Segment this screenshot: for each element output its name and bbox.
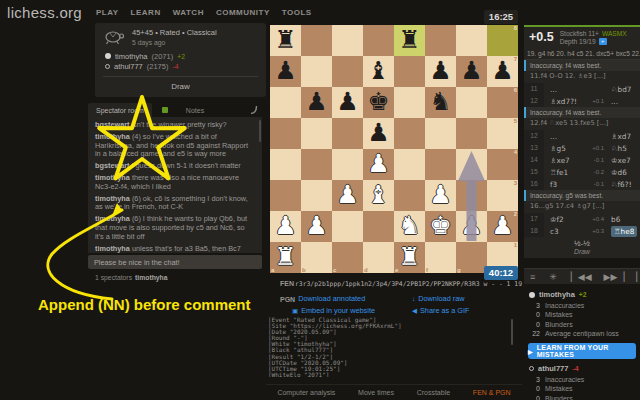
white-summary-name: timothyha+2 (529, 290, 640, 299)
rank-label: 1 (514, 242, 517, 248)
square-a8[interactable]: ♜ (270, 25, 301, 56)
chat-resize-icon[interactable] (250, 105, 258, 115)
chat-author: bgstewart (95, 161, 129, 170)
white-player-row[interactable]: timothyha (2071) +2 (105, 51, 258, 61)
white-move[interactable]: ♗g5 (544, 144, 584, 153)
pgn-text[interactable]: [Event "Rated Classical game"] [Site "ht… (268, 317, 514, 377)
chat-message: timothyha unless that's for a3 Ba5, then… (95, 245, 255, 253)
white-stat-row: 0Mistakes (524, 310, 640, 319)
white-move[interactable]: ♗xd7?! (544, 97, 584, 106)
game-result-label: Draw (103, 76, 258, 91)
square-b6[interactable]: ♟ (301, 87, 332, 118)
chat-message: timothyha (6) ok, c6 is something I don'… (95, 195, 255, 213)
acpl-summary: timothyha+23Inaccuracies0Mistakes0Blunde… (524, 286, 640, 400)
stat-label: Inaccuracies (545, 375, 584, 384)
game-meta-panel: 45+45 • Rated • Classical 5 days ago tim… (95, 23, 266, 97)
white-move[interactable]: ... (544, 85, 584, 94)
chat-tab-bar: Spectator room Notes (88, 103, 262, 117)
square-a5[interactable] (270, 118, 301, 149)
piece-white-pawn: ♟ (456, 211, 487, 242)
square-f1[interactable]: f (425, 242, 456, 273)
piece-white-king: ♚ (425, 211, 456, 242)
move-number: 17 (524, 213, 544, 225)
share-gif-link[interactable]: ◀Share as a GIF (412, 306, 522, 315)
move-number: 14 (524, 154, 544, 166)
square-f4[interactable] (425, 149, 456, 180)
pgn-scrollbar[interactable] (511, 319, 513, 345)
rank-label: 4 (514, 149, 517, 155)
game-meta-text: 45+45 • Rated • Classical 5 days ago (132, 28, 217, 46)
square-c7[interactable] (332, 56, 363, 87)
piece-black-rook: ♜ (270, 25, 301, 56)
stat-value: 0 (524, 320, 540, 329)
white-move[interactable]: ♗xe7 (544, 156, 584, 165)
nav-item-play[interactable]: PLAY (96, 8, 119, 17)
square-a1[interactable]: ♜a (270, 242, 301, 273)
embed-icon: ▣ (292, 307, 298, 314)
chat-message: timothyha (6) I think he wants to play Q… (95, 215, 255, 241)
move-number: 13 (524, 142, 544, 154)
black-color-icon (529, 366, 534, 371)
piece-black-pawn: ♟ (456, 56, 487, 87)
file-label: f (426, 267, 428, 273)
move-row: 14♗xe7-0.1♔xe7 (524, 154, 640, 166)
spectator-count: 1 spectators (95, 274, 132, 281)
rank-label: 8 (514, 25, 517, 31)
move-nav-cluster: ▏◀◀▶▶▕▏◀ (571, 272, 640, 282)
file-label: g (457, 267, 461, 273)
white-move[interactable]: ♖fe1 (544, 168, 584, 177)
piece-white-pawn: ♟ (363, 149, 394, 180)
white-move[interactable]: f3 (544, 180, 584, 189)
square-f6[interactable]: ♞ (425, 87, 456, 118)
fen-pgn-panel: FEN r3r3/p2b1ppp/1ppk1n2/3p4/3P4/2PB1P2/… (266, 277, 522, 400)
classical-turtle-icon (103, 29, 125, 45)
engine-pv-line[interactable]: 19. g4 h6 20. h4 c5 21. dxc5+ bxc5 22. b… (524, 47, 640, 60)
square-c6[interactable]: ♟ (332, 87, 363, 118)
square-e6[interactable] (394, 87, 425, 118)
black-summary-delta: -4 (572, 365, 578, 372)
square-c4[interactable] (332, 149, 363, 180)
square-f7[interactable]: ♟ (425, 56, 456, 87)
nav-item-watch[interactable]: WATCH (173, 8, 204, 17)
square-d7[interactable]: ♝ (363, 56, 394, 87)
pgn-links: ↓Download annotated↓Download raw▣Embed i… (292, 292, 522, 316)
square-d1[interactable]: d (363, 242, 394, 273)
square-a2[interactable]: ♟ (270, 211, 301, 242)
tab-spectator-room[interactable]: Spectator room (88, 103, 152, 117)
move-number: 12 (524, 95, 544, 107)
piece-black-pawn: ♟ (363, 118, 394, 149)
file-label: e (395, 267, 398, 273)
square-e1[interactable]: ♜e (394, 242, 425, 273)
black-player-rating: (2175) (147, 62, 169, 71)
square-e4[interactable] (394, 149, 425, 180)
black-move[interactable]: ♔d6 (604, 168, 627, 177)
white-player-rating: (2071) (152, 52, 174, 61)
stat-label: Average centipawn loss (545, 329, 619, 338)
share-gif-icon: ◀ (412, 307, 417, 314)
chat-toggle[interactable] (162, 107, 168, 113)
black-player-name: athul777 (114, 62, 143, 71)
current-move[interactable]: ♖he8 (611, 226, 637, 237)
square-a6[interactable] (270, 87, 301, 118)
square-e7[interactable] (394, 56, 425, 87)
stat-value: 3 (524, 301, 540, 310)
white-eval: -0.1 (584, 181, 604, 187)
chat-message: timothyha (4) so I've watched a bit of H… (95, 133, 255, 159)
square-g2[interactable]: ♟ (456, 211, 487, 242)
black-move[interactable]: ♘bd7 (604, 85, 631, 94)
black-summary-name: athul777-4 (529, 364, 640, 373)
move-number: 12 (524, 130, 544, 142)
fen-value[interactable]: r3r3/p2b1ppp/1ppk1n2/3p4/3P4/2PB1P2/PP2N… (295, 280, 522, 288)
nav-item-learn[interactable]: LEARN (131, 8, 161, 17)
piece-black-rook: ♜ (394, 25, 425, 56)
rank-label: 3 (514, 180, 517, 186)
piece-white-bishop: ♝ (363, 180, 394, 211)
chat-author: timothyha (95, 244, 130, 253)
move-list: Inaccuracy. f4 was best.11.f4 O-O 12. ♗e… (524, 60, 640, 258)
judgment-comment: Inaccuracy. f4 was best. (524, 60, 640, 71)
chat-message-list: bgstewart isn't the winawer pretty risky… (88, 117, 262, 253)
move-number: 15 (524, 166, 544, 178)
judgment-comment: Inaccuracy. f4 was best. (524, 107, 640, 118)
lichess-logo[interactable]: lichess.org (7, 4, 82, 21)
spectator-list: 1 spectatorstimothyha (95, 274, 168, 281)
square-b8[interactable] (301, 25, 332, 56)
time-control: 45+45 • Rated • Classical (132, 28, 217, 37)
piece-white-pawn: ♟ (332, 180, 363, 211)
annotation-text: Append (NN) before comment (38, 296, 251, 313)
white-eval: +0.4 (584, 216, 604, 222)
square-e3[interactable] (394, 180, 425, 211)
square-c2[interactable] (332, 211, 363, 242)
cloud-analysis-icon[interactable]: + (599, 38, 607, 45)
square-h3[interactable]: 3 (487, 180, 518, 211)
judgment-comment: Inaccuracy. g5 was best. (524, 190, 640, 201)
square-h5[interactable]: 5 (487, 118, 518, 149)
square-g3[interactable] (456, 180, 487, 211)
square-b3[interactable] (301, 180, 332, 211)
black-move[interactable]: ♘h5 (604, 144, 627, 153)
embed-link[interactable]: ▣Embed in your website (292, 306, 412, 315)
player-list: timothyha (2071) +2 athul777 (2175) -4 (105, 51, 258, 71)
file-label: b (302, 267, 306, 273)
square-g4[interactable] (456, 149, 487, 180)
engine-tech: WASMX (602, 30, 627, 37)
piece-white-pawn: ♟ (270, 211, 301, 242)
white-stat-row: 22Average centipawn loss (524, 329, 640, 338)
white-eval: +0.1 (584, 145, 604, 151)
chat-message: bgstewart I guess down 5-1 it doesn't ma… (95, 162, 255, 171)
square-c1[interactable]: c (332, 242, 363, 273)
square-d8[interactable] (363, 25, 394, 56)
nav-item-community[interactable]: COMMUNITY (216, 8, 270, 17)
square-d4[interactable]: ♟ (363, 149, 394, 180)
move-number: 18 (524, 225, 544, 237)
chess-board: ♜♜8♟♝♟♟♟7♟♟♚♞6♟5♟4♟♝♟3♟♟♞♚♟♟2♜abcd♜efg1h (270, 25, 518, 273)
chat-author: timothyha (95, 132, 130, 141)
rank-label: 7 (514, 56, 517, 62)
move-row: 15♖fe1-0.2♔d6 (524, 166, 640, 178)
square-h2[interactable]: ♟2 (487, 211, 518, 242)
learn-from-mistakes-button[interactable]: ▶LEARN FROM YOUR MISTAKES (528, 343, 636, 359)
square-g5[interactable] (456, 118, 487, 149)
black-move[interactable]: ♔xe7 (604, 156, 631, 165)
pgn-area: PGN ↓Download annotated↓Download raw▣Emb… (266, 292, 522, 316)
square-c3[interactable]: ♟ (332, 180, 363, 211)
piece-black-pawn: ♟ (425, 56, 456, 87)
download-raw-link[interactable]: ↓Download raw (412, 294, 522, 303)
stat-value: 0 (524, 384, 540, 393)
spectator-name[interactable]: timothyha (135, 274, 167, 281)
white-move[interactable]: ♔f2 (544, 215, 584, 224)
square-e2[interactable]: ♞ (394, 211, 425, 242)
square-b2[interactable]: ♟ (301, 211, 332, 242)
white-clock: 40:12 (484, 266, 518, 280)
result-score: ½-½ (524, 239, 640, 248)
game-meta-head: 45+45 • Rated • Classical 5 days ago (103, 28, 258, 46)
square-g7[interactable]: ♟ (456, 56, 487, 87)
menu-icon[interactable]: ≡ (530, 272, 535, 282)
stat-label: Mistakes (545, 384, 573, 393)
file-label: c (333, 267, 336, 273)
square-f3[interactable]: ♟ (425, 180, 456, 211)
black-clock: 16:25 (484, 10, 518, 24)
move-row: 13♗g5+0.1♘h5 (524, 142, 640, 154)
rank-label: 5 (514, 118, 517, 124)
piece-white-pawn: ♟ (425, 180, 456, 211)
square-e5[interactable] (394, 118, 425, 149)
piece-white-rook: ♜ (394, 242, 425, 273)
square-f5[interactable] (425, 118, 456, 149)
chat-author: bgstewart (95, 120, 129, 129)
square-g8[interactable] (456, 25, 487, 56)
white-summary-delta: +2 (579, 291, 587, 298)
piece-white-pawn: ♟ (301, 211, 332, 242)
chat-author: timothyha (95, 173, 130, 182)
analysis-panel: +0.5 Stockfish 11+WASMX Depth 19/19+ 19.… (524, 0, 640, 400)
move-number: 16 (524, 178, 544, 190)
game-date: 5 days ago (132, 39, 217, 46)
stat-label: Mistakes (545, 310, 573, 319)
piece-black-knight: ♞ (425, 87, 456, 118)
fen-label: FEN (280, 280, 295, 287)
stat-label: Inaccuracies (545, 301, 584, 310)
square-d5[interactable]: ♟ (363, 118, 394, 149)
black-move[interactable]: ... (604, 97, 618, 106)
white-color-icon (105, 53, 111, 59)
move-row: 17♔f2+0.4b6 (524, 213, 640, 225)
tab-notes[interactable]: Notes (186, 107, 204, 114)
move-number: 11 (524, 83, 544, 95)
tab-move-times[interactable]: Move times (358, 389, 394, 396)
black-stat-row: 0Blunders (524, 394, 640, 400)
chat-scrollbar[interactable] (259, 120, 261, 142)
move-row: 16f3-0.1♘f6?! (524, 178, 640, 190)
rank-label: 6 (514, 87, 517, 93)
square-c8[interactable] (332, 25, 363, 56)
first-move-icon[interactable]: ▏◀◀ (571, 272, 592, 282)
tab-crosstable[interactable]: Crosstable (417, 389, 450, 396)
square-d6[interactable]: ♚ (363, 87, 394, 118)
download-raw-icon: ↓ (412, 295, 415, 302)
white-stat-row: 0Blunders (524, 320, 640, 329)
play-icon: ▶ (528, 348, 533, 355)
download-annotated-icon: ↓ (292, 295, 295, 302)
square-d3[interactable]: ♝ (363, 180, 394, 211)
white-eval: -0.2 (584, 169, 604, 175)
black-move[interactable]: b6 (604, 215, 620, 224)
white-move[interactable]: c3 (544, 227, 584, 236)
square-b1[interactable]: b (301, 242, 332, 273)
square-g6[interactable] (456, 87, 487, 118)
file-label: d (364, 267, 368, 273)
piece-black-pawn: ♟ (332, 87, 363, 118)
main-nav: PLAYLEARNWATCHCOMMUNITYTOOLS (96, 8, 312, 17)
square-b7[interactable] (301, 56, 332, 87)
eval-score: +0.5 (529, 30, 554, 44)
square-d2[interactable] (363, 211, 394, 242)
stat-label: Blunders (545, 394, 573, 400)
nav-item-tools[interactable]: TOOLS (282, 8, 312, 17)
tab-fen-pgn[interactable]: FEN & PGN (473, 389, 511, 396)
square-h8[interactable]: 8 (487, 25, 518, 56)
white-move[interactable]: ... (544, 132, 584, 141)
pgn-label: PGN (266, 292, 292, 316)
square-a7[interactable]: ♟ (270, 56, 301, 87)
piece-white-knight: ♞ (394, 211, 425, 242)
piece-black-pawn: ♟ (270, 56, 301, 87)
black-move[interactable]: ♘f6?! (604, 180, 632, 189)
chat-input[interactable] (88, 255, 262, 269)
white-player-name: timothyha (115, 52, 148, 61)
analysis-toolbar: ≡✳▏◀◀▶▶▕▏◀ (524, 268, 640, 284)
piece-black-bishop: ♝ (363, 56, 394, 87)
engine-header: +0.5 Stockfish 11+WASMX Depth 19/19+ (524, 25, 640, 47)
black-stat-row: 3Inaccuracies (524, 375, 640, 384)
result-row: ½-½Draw (524, 237, 640, 258)
engine-info: Stockfish 11+WASMX Depth 19/19+ (560, 30, 627, 45)
last-move-icon[interactable]: ▶▶▕ (604, 272, 625, 282)
white-eval: +0.1 (584, 98, 604, 104)
square-b4[interactable] (301, 149, 332, 180)
square-f8[interactable] (425, 25, 456, 56)
square-e8[interactable]: ♜ (394, 25, 425, 56)
square-g1[interactable]: g (456, 242, 487, 273)
piece-white-rook: ♜ (270, 242, 301, 273)
white-eval: +0.3 (584, 228, 604, 234)
variation-line[interactable]: 12.f4 ♘xe5 13.fxe5 [...] (524, 118, 640, 130)
square-f2[interactable]: ♚ (425, 211, 456, 242)
lichess-analysis-page: lichess.org PLAYLEARNWATCHCOMMUNITYTOOLS… (0, 0, 640, 400)
stat-value: 0 (524, 310, 540, 319)
tab-computer-analysis[interactable]: Computer analysis (277, 389, 335, 396)
square-c5[interactable] (332, 118, 363, 149)
download-annotated-link[interactable]: ↓Download annotated (292, 294, 412, 303)
square-h4[interactable]: 4 (487, 149, 518, 180)
white-stat-row: 3Inaccuracies (524, 301, 640, 310)
black-move[interactable]: ♖he8 (604, 227, 637, 236)
black-rating-delta: -4 (172, 63, 178, 70)
analysis-tab-bar: Computer analysisMove timesCrosstableFEN… (266, 384, 522, 400)
square-b5[interactable] (301, 118, 332, 149)
square-h7[interactable]: ♟7 (487, 56, 518, 87)
prev-move-icon[interactable]: ▏◀ (636, 272, 640, 282)
chat-author: timothyha (95, 194, 130, 203)
chat-author: timothyha (95, 214, 130, 223)
white-rating-delta: +2 (177, 53, 185, 60)
white-color-icon (529, 292, 535, 298)
move-row: 12♗xd7?!+0.1... (524, 95, 640, 107)
black-stat-row: 0Mistakes (524, 384, 640, 393)
white-eval: -0.1 (584, 157, 604, 163)
variation-line[interactable]: 11.f4 O-O 12. ♗e3 [...] (524, 71, 640, 83)
square-a4[interactable] (270, 149, 301, 180)
move-row: 12...♗xd7 (524, 130, 640, 142)
engine-name: Stockfish 11+ (560, 30, 599, 37)
black-player-row[interactable]: athul777 (2175) -4 (105, 61, 258, 71)
stat-value: 3 (524, 375, 540, 384)
chat-message: bgstewart isn't the winawer pretty risky… (95, 121, 255, 130)
square-a3[interactable] (270, 180, 301, 211)
file-label: a (271, 267, 274, 273)
result-label: Draw (524, 248, 640, 255)
piece-black-pawn: ♟ (301, 87, 332, 118)
black-color-icon (105, 64, 110, 69)
settings-icon[interactable]: ✳ (549, 272, 557, 282)
move-row: 11...♘bd7 (524, 83, 640, 95)
square-h6[interactable]: 6 (487, 87, 518, 118)
stat-label: Blunders (545, 320, 573, 329)
stat-value: 22 (524, 329, 540, 338)
piece-black-king: ♚ (363, 87, 394, 118)
stat-value: 0 (524, 394, 540, 400)
variation-line[interactable]: 16...g5 17.c4 ♗g7 [...] (524, 201, 640, 213)
chat-message: timothyha there was also a nice manouevr… (95, 174, 255, 192)
rank-label: 2 (514, 211, 517, 217)
engine-depth: Depth 19/19 (560, 38, 596, 45)
move-row: 18c3+0.3♖he8 (524, 225, 640, 237)
black-move[interactable]: ♗xd7 (604, 132, 631, 141)
